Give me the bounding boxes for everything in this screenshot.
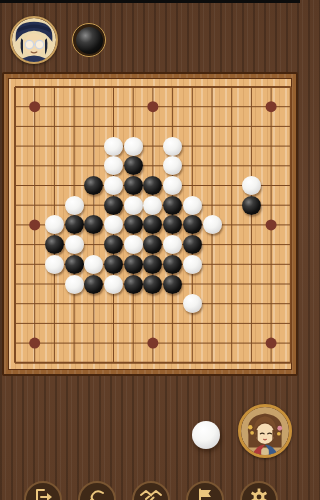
- stone-white: [124, 137, 143, 156]
- stone-white: [143, 196, 162, 215]
- game-board[interactable]: [2, 72, 298, 376]
- female-avatar-illustration: [241, 407, 289, 455]
- stone-white: [183, 196, 202, 215]
- gear-icon: [249, 487, 269, 500]
- stone-black: [163, 255, 182, 274]
- stone-black: [65, 215, 84, 234]
- stone-white: [104, 137, 123, 156]
- male-avatar-illustration: [12, 18, 56, 62]
- stone-white: [163, 137, 182, 156]
- exit-button[interactable]: [24, 481, 62, 500]
- black-stone-indicator: [72, 23, 106, 57]
- stone-white: [124, 196, 143, 215]
- stone-white: [163, 176, 182, 195]
- stone-white: [45, 255, 64, 274]
- stone-white: [203, 215, 222, 234]
- draw-button[interactable]: [132, 481, 170, 500]
- stone-black: [163, 196, 182, 215]
- star-point: [266, 101, 277, 112]
- stone-black: [143, 275, 162, 294]
- bottom-player-avatar[interactable]: [238, 404, 292, 458]
- stone-white: [65, 275, 84, 294]
- door-exit-icon: [33, 487, 53, 500]
- stone-black: [163, 275, 182, 294]
- stone-black: [124, 275, 143, 294]
- black-stone-glyph: [76, 27, 103, 54]
- top-player-avatar[interactable]: [10, 16, 58, 64]
- stone-black: [183, 235, 202, 254]
- stone-black: [104, 255, 123, 274]
- stone-white: [65, 235, 84, 254]
- star-point: [147, 338, 158, 349]
- star-point: [29, 219, 40, 230]
- flag-icon: [195, 487, 215, 500]
- star-point: [29, 338, 40, 349]
- stone-white: [183, 294, 202, 313]
- stone-white: [242, 176, 261, 195]
- stone-black: [104, 235, 123, 254]
- stone-black: [124, 255, 143, 274]
- stone-black: [242, 196, 261, 215]
- handshake-icon: [140, 487, 162, 500]
- status-strip: [0, 0, 300, 3]
- star-point: [266, 219, 277, 230]
- stone-black: [65, 255, 84, 274]
- stone-black: [84, 275, 103, 294]
- gomoku-app-screen: { "game": "gomoku (five-in-a-row) on a 1…: [0, 0, 300, 500]
- stone-white: [104, 275, 123, 294]
- stone-white: [183, 255, 202, 274]
- white-stone-indicator: [192, 421, 220, 449]
- stone-black: [104, 196, 123, 215]
- star-point: [29, 101, 40, 112]
- undo-button[interactable]: [78, 481, 116, 500]
- stone-white: [124, 235, 143, 254]
- stone-white: [104, 176, 123, 195]
- stone-black: [124, 215, 143, 234]
- star-point: [266, 338, 277, 349]
- stone-black: [45, 235, 64, 254]
- stone-white: [65, 196, 84, 215]
- star-point: [147, 101, 158, 112]
- stone-white: [84, 255, 103, 274]
- stone-black: [124, 176, 143, 195]
- undo-arrow-icon: [87, 487, 107, 500]
- stone-black: [124, 156, 143, 175]
- resign-button[interactable]: [186, 481, 224, 500]
- settings-button[interactable]: [240, 481, 278, 500]
